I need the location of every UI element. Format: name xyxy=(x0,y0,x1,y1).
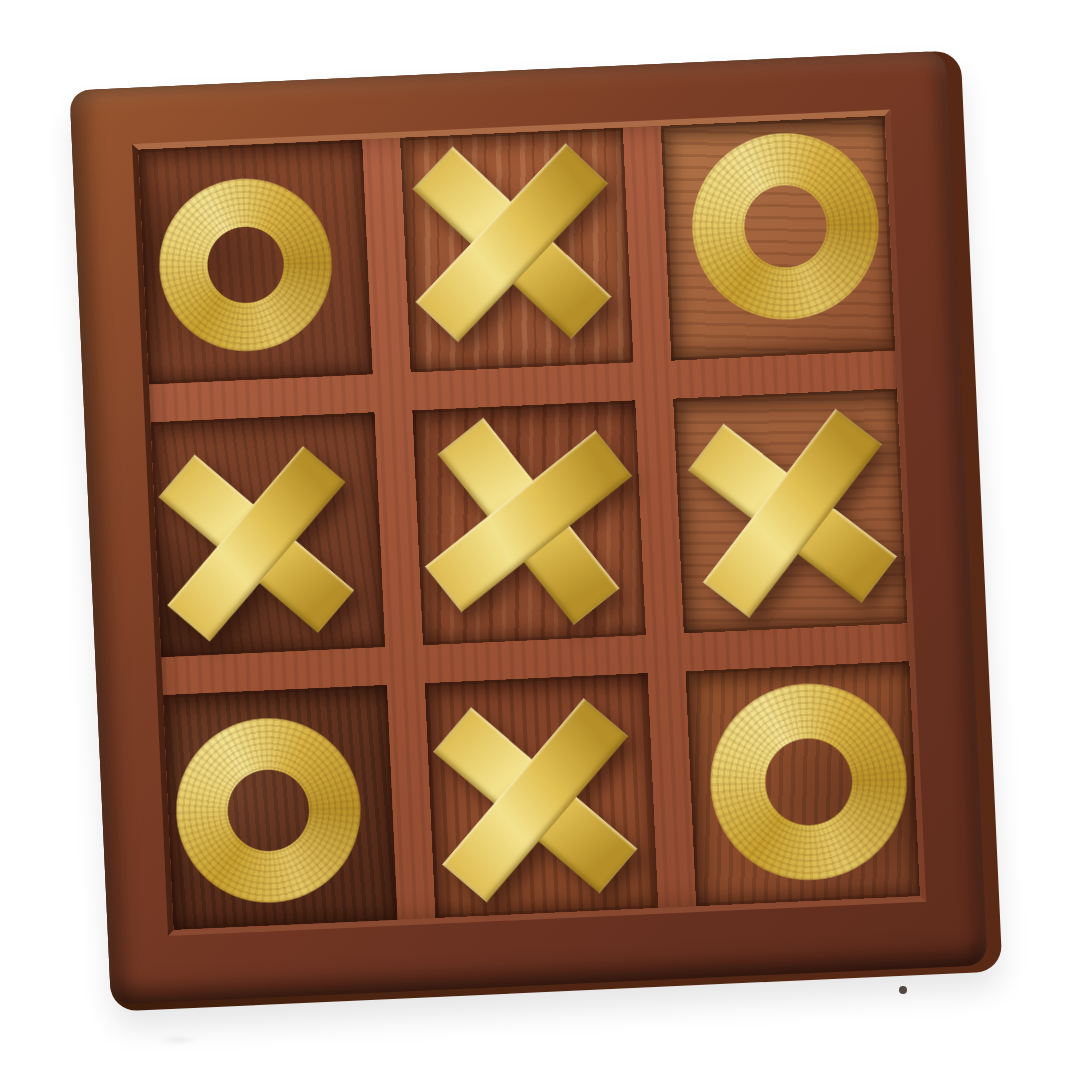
o-piece[interactable] xyxy=(687,128,883,324)
o-piece[interactable] xyxy=(705,678,912,885)
background-smudge xyxy=(148,1035,208,1045)
cell-r1c2[interactable] xyxy=(400,128,634,373)
cell-r2c3[interactable] xyxy=(673,388,907,633)
cell-r2c2[interactable] xyxy=(412,400,646,645)
background-speck xyxy=(899,986,907,994)
o-piece[interactable] xyxy=(155,174,337,356)
cell-r3c3[interactable] xyxy=(686,661,920,906)
cell-r1c3[interactable] xyxy=(661,116,895,361)
x-piece[interactable] xyxy=(147,434,366,653)
x-piece[interactable] xyxy=(422,686,650,914)
cell-r3c2[interactable] xyxy=(424,673,658,918)
cell-r1c1[interactable] xyxy=(138,140,372,385)
cell-r3c1[interactable] xyxy=(163,685,397,930)
board-side-face xyxy=(70,50,1003,1012)
x-piece[interactable] xyxy=(412,404,646,638)
x-piece[interactable] xyxy=(674,394,912,632)
board-grid xyxy=(132,109,926,936)
cell-r2c1[interactable] xyxy=(151,412,385,657)
o-piece[interactable] xyxy=(171,713,365,907)
tictactoe-board-frame xyxy=(70,51,988,1005)
x-piece[interactable] xyxy=(403,133,621,351)
